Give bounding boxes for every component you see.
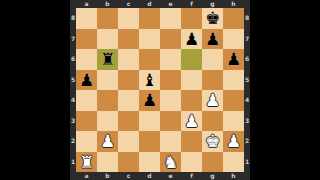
square-d5[interactable]: ♝: [139, 70, 160, 91]
file-label-h-top: h: [223, 0, 244, 8]
square-d8[interactable]: [139, 8, 160, 29]
file-label-f-bottom: f: [181, 172, 202, 180]
rank-label-6-right: 6: [244, 49, 250, 70]
square-b5[interactable]: [97, 70, 118, 91]
square-g5[interactable]: [202, 70, 223, 91]
square-b7[interactable]: [97, 29, 118, 50]
white-king[interactable]: ♚: [205, 131, 220, 151]
square-f7[interactable]: ♟: [181, 29, 202, 50]
square-h6[interactable]: ♟: [223, 49, 244, 70]
square-h3[interactable]: [223, 111, 244, 132]
square-a1[interactable]: ♜: [76, 152, 97, 173]
square-d3[interactable]: [139, 111, 160, 132]
square-a2[interactable]: [76, 131, 97, 152]
square-a4[interactable]: [76, 90, 97, 111]
square-g2[interactable]: ♚: [202, 131, 223, 152]
page-background: abcdefgh8♚87♟♟76♜♟65♟♝54♟♟43♟32♟♚♟21♜♞1a…: [0, 0, 320, 180]
square-e1[interactable]: ♞: [160, 152, 181, 173]
square-h8[interactable]: [223, 8, 244, 29]
file-label-b-top: b: [97, 0, 118, 8]
file-label-b-bottom: b: [97, 172, 118, 180]
file-label-c-bottom: c: [118, 172, 139, 180]
square-b6[interactable]: ♜: [97, 49, 118, 70]
square-g1[interactable]: [202, 152, 223, 173]
board-frame-corner: [244, 0, 250, 8]
square-f2[interactable]: [181, 131, 202, 152]
file-label-a-top: a: [76, 0, 97, 8]
square-d6[interactable]: [139, 49, 160, 70]
square-b8[interactable]: [97, 8, 118, 29]
square-e6[interactable]: [160, 49, 181, 70]
file-label-d-bottom: d: [139, 172, 160, 180]
square-f1[interactable]: [181, 152, 202, 173]
square-c1[interactable]: [118, 152, 139, 173]
square-e5[interactable]: [160, 70, 181, 91]
square-a8[interactable]: [76, 8, 97, 29]
square-a5[interactable]: ♟: [76, 70, 97, 91]
square-c8[interactable]: [118, 8, 139, 29]
square-g8[interactable]: ♚: [202, 8, 223, 29]
square-c4[interactable]: [118, 90, 139, 111]
square-e4[interactable]: [160, 90, 181, 111]
square-f3[interactable]: ♟: [181, 111, 202, 132]
file-label-c-top: c: [118, 0, 139, 8]
square-b3[interactable]: [97, 111, 118, 132]
square-a7[interactable]: [76, 29, 97, 50]
square-e2[interactable]: [160, 131, 181, 152]
square-c2[interactable]: [118, 131, 139, 152]
square-g6[interactable]: [202, 49, 223, 70]
file-label-e-bottom: e: [160, 172, 181, 180]
file-label-f-top: f: [181, 0, 202, 8]
square-g4[interactable]: ♟: [202, 90, 223, 111]
white-knight[interactable]: ♞: [163, 152, 178, 172]
square-c7[interactable]: [118, 29, 139, 50]
rank-label-5-right: 5: [244, 70, 250, 91]
square-f5[interactable]: [181, 70, 202, 91]
black-rook[interactable]: ♜: [100, 49, 115, 69]
black-pawn[interactable]: ♟: [226, 49, 241, 69]
square-c5[interactable]: [118, 70, 139, 91]
white-pawn[interactable]: ♟: [226, 131, 241, 151]
square-g7[interactable]: ♟: [202, 29, 223, 50]
file-label-g-bottom: g: [202, 172, 223, 180]
rank-label-3-right: 3: [244, 111, 250, 132]
square-d1[interactable]: [139, 152, 160, 173]
square-h7[interactable]: [223, 29, 244, 50]
chess-board: abcdefgh8♚87♟♟76♜♟65♟♝54♟♟43♟32♟♚♟21♜♞1a…: [70, 0, 250, 180]
square-d4[interactable]: ♟: [139, 90, 160, 111]
rank-label-1-right: 1: [244, 152, 250, 173]
rank-label-2-right: 2: [244, 131, 250, 152]
square-d7[interactable]: [139, 29, 160, 50]
file-label-e-top: e: [160, 0, 181, 8]
rank-label-4-right: 4: [244, 90, 250, 111]
black-pawn[interactable]: ♟: [142, 90, 157, 110]
white-pawn[interactable]: ♟: [100, 131, 115, 151]
square-a3[interactable]: [76, 111, 97, 132]
square-h2[interactable]: ♟: [223, 131, 244, 152]
square-e3[interactable]: [160, 111, 181, 132]
file-label-h-bottom: h: [223, 172, 244, 180]
file-label-d-top: d: [139, 0, 160, 8]
black-pawn[interactable]: ♟: [205, 29, 220, 49]
square-e8[interactable]: [160, 8, 181, 29]
square-b4[interactable]: [97, 90, 118, 111]
black-pawn[interactable]: ♟: [79, 70, 94, 90]
square-e7[interactable]: [160, 29, 181, 50]
rank-label-7-right: 7: [244, 29, 250, 50]
file-label-a-bottom: a: [76, 172, 97, 180]
board-frame-corner: [244, 172, 250, 180]
square-h4[interactable]: [223, 90, 244, 111]
black-king[interactable]: ♚: [205, 8, 220, 28]
file-label-g-top: g: [202, 0, 223, 8]
black-bishop[interactable]: ♝: [142, 70, 157, 90]
square-c3[interactable]: [118, 111, 139, 132]
rank-label-8-right: 8: [244, 8, 250, 29]
board-grid: abcdefgh8♚87♟♟76♜♟65♟♝54♟♟43♟32♟♚♟21♜♞1a…: [70, 0, 250, 180]
black-pawn[interactable]: ♟: [184, 29, 199, 49]
square-d2[interactable]: [139, 131, 160, 152]
white-pawn[interactable]: ♟: [184, 111, 199, 131]
square-b1[interactable]: [97, 152, 118, 173]
square-h1[interactable]: [223, 152, 244, 173]
square-h5[interactable]: [223, 70, 244, 91]
square-b2[interactable]: ♟: [97, 131, 118, 152]
square-f8[interactable]: [181, 8, 202, 29]
square-g3[interactable]: [202, 111, 223, 132]
square-a6[interactable]: [76, 49, 97, 70]
square-f6[interactable]: [181, 49, 202, 70]
square-c6[interactable]: [118, 49, 139, 70]
white-rook[interactable]: ♜: [79, 152, 94, 172]
square-f4[interactable]: [181, 90, 202, 111]
white-pawn[interactable]: ♟: [205, 90, 220, 110]
